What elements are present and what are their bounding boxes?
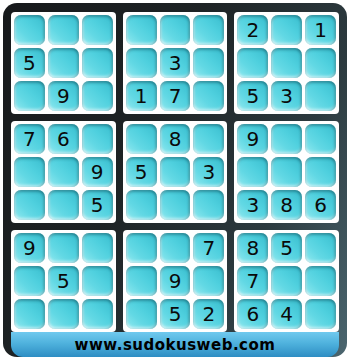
cell-r5c1[interactable]	[14, 157, 45, 187]
cell-r3c2[interactable]: 9	[48, 81, 79, 111]
cell-r1c3[interactable]	[82, 15, 113, 45]
cell-r2c6[interactable]	[193, 48, 224, 78]
cell-r3c7[interactable]: 5	[237, 81, 268, 111]
cell-r6c2[interactable]	[48, 190, 79, 220]
cell-r1c6[interactable]	[193, 15, 224, 45]
cell-r5c2[interactable]	[48, 157, 79, 187]
cell-r7c7[interactable]: 8	[237, 233, 268, 263]
cell-r8c1[interactable]	[14, 266, 45, 296]
cell-r9c5[interactable]: 5	[160, 299, 191, 329]
website-link[interactable]: www.sudokusweb.com	[75, 336, 276, 354]
box-3-1: 95	[11, 230, 116, 332]
cell-r7c8[interactable]: 5	[271, 233, 302, 263]
cell-r7c5[interactable]	[160, 233, 191, 263]
cell-r4c4[interactable]	[126, 124, 157, 154]
cell-r7c4[interactable]	[126, 233, 157, 263]
cell-r2c7[interactable]	[237, 48, 268, 78]
cell-r3c5[interactable]: 7	[160, 81, 191, 111]
cell-r1c2[interactable]	[48, 15, 79, 45]
cell-r8c4[interactable]	[126, 266, 157, 296]
cell-r1c5[interactable]	[160, 15, 191, 45]
cell-r9c8[interactable]: 4	[271, 299, 302, 329]
cell-r1c4[interactable]	[126, 15, 157, 45]
cell-r8c6[interactable]	[193, 266, 224, 296]
cell-r8c9[interactable]	[305, 266, 336, 296]
cell-r4c9[interactable]	[305, 124, 336, 154]
footer-bar: www.sudokusweb.com	[11, 332, 339, 357]
cell-r2c9[interactable]	[305, 48, 336, 78]
cell-r9c7[interactable]: 6	[237, 299, 268, 329]
cell-r6c4[interactable]	[126, 190, 157, 220]
cell-r9c6[interactable]: 2	[193, 299, 224, 329]
cell-r6c7[interactable]: 3	[237, 190, 268, 220]
cell-r1c8[interactable]	[271, 15, 302, 45]
cell-r2c4[interactable]	[126, 48, 157, 78]
cell-r9c9[interactable]	[305, 299, 336, 329]
cell-r4c6[interactable]	[193, 124, 224, 154]
cell-r3c1[interactable]	[14, 81, 45, 111]
box-1-2: 317	[123, 12, 228, 114]
box-2-2: 853	[123, 121, 228, 223]
cell-r3c3[interactable]	[82, 81, 113, 111]
cell-r6c5[interactable]	[160, 190, 191, 220]
cell-r9c3[interactable]	[82, 299, 113, 329]
cell-r4c3[interactable]	[82, 124, 113, 154]
cell-r6c6[interactable]	[193, 190, 224, 220]
cell-r8c8[interactable]	[271, 266, 302, 296]
cell-r7c2[interactable]	[48, 233, 79, 263]
cell-r5c8[interactable]	[271, 157, 302, 187]
cell-r4c7[interactable]: 9	[237, 124, 268, 154]
cell-r3c8[interactable]: 3	[271, 81, 302, 111]
sudoku-page: 5931721537695853938695795285764 www.sudo…	[0, 0, 350, 360]
cell-r2c8[interactable]	[271, 48, 302, 78]
cell-r2c2[interactable]	[48, 48, 79, 78]
cell-r3c6[interactable]	[193, 81, 224, 111]
cell-r8c3[interactable]	[82, 266, 113, 296]
cell-r1c7[interactable]: 2	[237, 15, 268, 45]
cell-r5c4[interactable]: 5	[126, 157, 157, 187]
cell-r1c1[interactable]	[14, 15, 45, 45]
cell-r8c5[interactable]: 9	[160, 266, 191, 296]
cell-r3c9[interactable]	[305, 81, 336, 111]
cell-r5c3[interactable]: 9	[82, 157, 113, 187]
cell-r7c1[interactable]: 9	[14, 233, 45, 263]
cell-r5c9[interactable]	[305, 157, 336, 187]
box-3-2: 7952	[123, 230, 228, 332]
cell-r1c9[interactable]: 1	[305, 15, 336, 45]
cell-r2c3[interactable]	[82, 48, 113, 78]
cell-r9c4[interactable]	[126, 299, 157, 329]
cell-r3c4[interactable]: 1	[126, 81, 157, 111]
cell-r6c8[interactable]: 8	[271, 190, 302, 220]
box-2-3: 9386	[234, 121, 339, 223]
cell-r7c6[interactable]: 7	[193, 233, 224, 263]
cell-r4c1[interactable]: 7	[14, 124, 45, 154]
cell-r2c1[interactable]: 5	[14, 48, 45, 78]
cell-r4c2[interactable]: 6	[48, 124, 79, 154]
cell-r5c6[interactable]: 3	[193, 157, 224, 187]
cell-r7c3[interactable]	[82, 233, 113, 263]
box-3-3: 85764	[234, 230, 339, 332]
cell-r8c2[interactable]: 5	[48, 266, 79, 296]
cell-r5c7[interactable]	[237, 157, 268, 187]
sudoku-board-frame: 5931721537695853938695795285764 www.sudo…	[3, 3, 347, 357]
cell-r5c5[interactable]	[160, 157, 191, 187]
cell-r4c8[interactable]	[271, 124, 302, 154]
cell-r7c9[interactable]	[305, 233, 336, 263]
cell-r6c1[interactable]	[14, 190, 45, 220]
cell-r2c5[interactable]: 3	[160, 48, 191, 78]
cell-r9c1[interactable]	[14, 299, 45, 329]
cell-r6c3[interactable]: 5	[82, 190, 113, 220]
box-1-1: 59	[11, 12, 116, 114]
sudoku-board: 5931721537695853938695795285764	[11, 12, 339, 332]
box-1-3: 2153	[234, 12, 339, 114]
cell-r4c5[interactable]: 8	[160, 124, 191, 154]
cell-r6c9[interactable]: 6	[305, 190, 336, 220]
cell-r8c7[interactable]: 7	[237, 266, 268, 296]
box-2-1: 7695	[11, 121, 116, 223]
cell-r9c2[interactable]	[48, 299, 79, 329]
